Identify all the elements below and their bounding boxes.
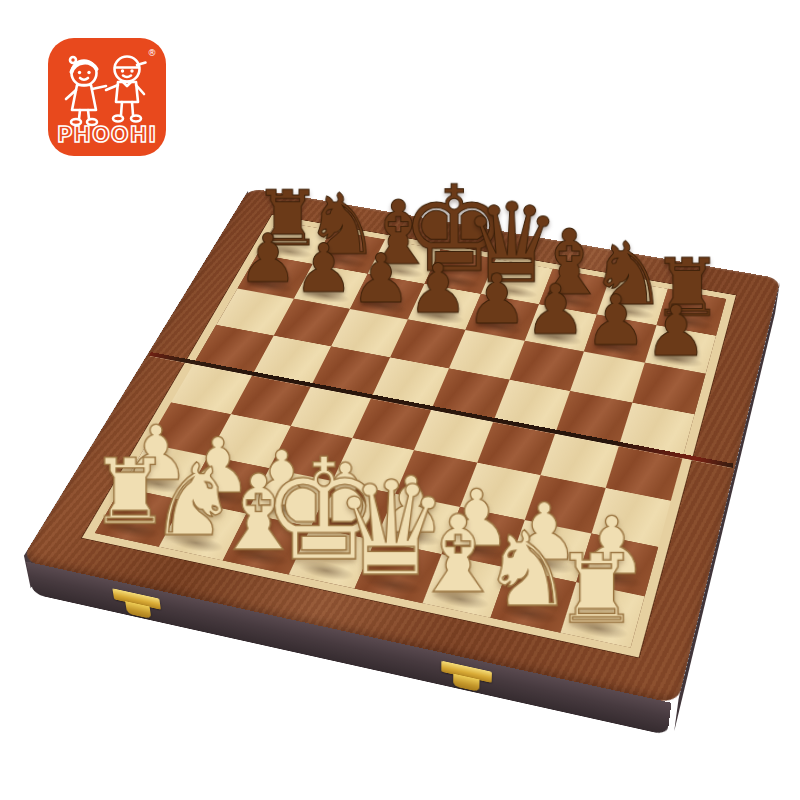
chess-board: ♜♞♝♚♛♝♞♜♟♟♟♟♟♟♟♟♟♟♟♟♟♟♟♟♜♞♝♚♛♝♞♜ bbox=[21, 188, 781, 704]
piece-dark-pawn: ♟ bbox=[238, 227, 298, 289]
product-photo-scene: ♜♞♝♚♛♝♞♜♟♟♟♟♟♟♟♟♟♟♟♟♟♟♟♟♜♞♝♚♛♝♞♜ bbox=[0, 0, 800, 800]
piece-dark-pawn: ♟ bbox=[584, 288, 646, 352]
brass-clasp-left bbox=[112, 588, 163, 628]
piece-light-rook: ♜ bbox=[554, 546, 639, 633]
folding-chess-box: ♜♞♝♚♛♝♞♜♟♟♟♟♟♟♟♟♟♟♟♟♟♟♟♟♜♞♝♚♛♝♞♜ bbox=[21, 188, 781, 704]
playfield: ♜♞♝♚♛♝♞♜♟♟♟♟♟♟♟♟♟♟♟♟♟♟♟♟♜♞♝♚♛♝♞♜ bbox=[82, 215, 736, 658]
piece-dark-pawn: ♟ bbox=[294, 237, 354, 299]
square-h6 bbox=[632, 363, 706, 414]
square-b4 bbox=[231, 374, 312, 426]
piece-dark-pawn: ♟ bbox=[525, 278, 587, 342]
piece-dark-pawn: ♟ bbox=[408, 257, 469, 320]
square-h1: ♜ bbox=[560, 582, 645, 648]
brass-clasp-right bbox=[441, 661, 492, 701]
piece-dark-pawn: ♟ bbox=[645, 299, 708, 364]
piece-dark-pawn: ♟ bbox=[466, 267, 528, 330]
piece-dark-pawn: ♟ bbox=[350, 247, 411, 309]
